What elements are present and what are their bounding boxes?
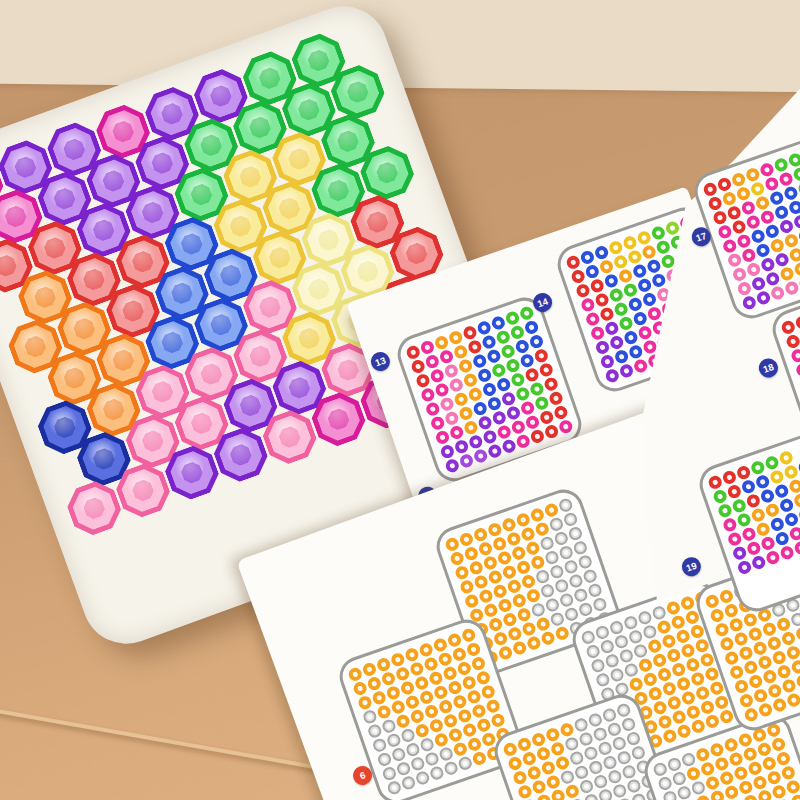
bead-dot: [757, 702, 774, 719]
bead-dot: [755, 242, 772, 259]
bead-dot: [573, 717, 590, 734]
bead-dot: [583, 792, 600, 800]
bead-dot: [704, 775, 721, 792]
bead-dot: [759, 209, 776, 226]
bead-dot: [775, 750, 792, 767]
bead-dot: [733, 765, 750, 782]
bead-dot: [637, 610, 654, 627]
bead-dot: [762, 668, 779, 685]
bead-dot: [594, 624, 611, 641]
bead-dot: [443, 760, 460, 777]
bead-dot: [554, 625, 571, 642]
bead-dot: [578, 778, 595, 795]
bead-dot: [620, 716, 637, 733]
bead-dot: [761, 755, 778, 772]
bead-dot: [745, 214, 762, 231]
bead-dot: [765, 549, 782, 566]
bead-dot: [641, 291, 658, 308]
bead-dot: [750, 459, 767, 476]
bead-dot: [707, 474, 724, 491]
bead-dot: [573, 764, 590, 781]
bead-dot: [778, 171, 795, 188]
bead-dot: [381, 765, 398, 782]
bead-dot: [769, 237, 786, 254]
bead-dot: [794, 625, 800, 642]
bead-dot: [404, 647, 421, 664]
bead-dot: [409, 708, 426, 725]
bead-dot: [723, 602, 740, 619]
bead-dot: [722, 238, 739, 255]
bead-dot: [788, 478, 800, 495]
bead-dot: [714, 621, 731, 638]
bead-dot: [759, 488, 776, 505]
bead-dot: [531, 779, 548, 796]
bead-dot: [573, 587, 590, 604]
bead-dot: [767, 683, 784, 700]
bead-dot: [611, 783, 628, 800]
bead-dot: [468, 434, 485, 451]
bead-dot: [501, 517, 518, 534]
bead-dot: [742, 793, 759, 800]
bead-dot: [482, 429, 499, 446]
bead-dot: [747, 760, 764, 777]
bead-dot: [502, 741, 519, 758]
bead-dot: [702, 181, 719, 198]
bead-dot: [505, 405, 522, 422]
bead-dot: [736, 233, 753, 250]
bead-dot: [526, 765, 543, 782]
bead-dot: [774, 530, 791, 547]
bead-dot: [545, 726, 562, 743]
bead-dot: [518, 305, 535, 322]
bead-dot: [509, 324, 526, 341]
bead-dot: [764, 176, 781, 193]
bead-dot: [504, 310, 521, 327]
bead-dot: [699, 761, 716, 778]
bead-dot: [795, 362, 800, 379]
bead-dot: [611, 735, 628, 752]
bead-dot: [434, 429, 451, 446]
bead-dot: [478, 588, 495, 605]
bead-dot: [676, 723, 693, 740]
bead-dot: [429, 765, 446, 782]
bead-dot: [636, 277, 653, 294]
bead-dot: [585, 643, 602, 660]
bead-dot: [525, 540, 542, 557]
bead-dot: [519, 400, 536, 417]
bead-dot: [466, 736, 483, 753]
bead-dot: [409, 661, 426, 678]
bead-dot: [490, 315, 507, 332]
bead-dot: [463, 419, 480, 436]
bead-dot: [517, 784, 534, 800]
bead-dot: [511, 592, 528, 609]
bead-dot: [446, 632, 463, 649]
bead-dot: [500, 343, 517, 360]
bead-dot: [425, 401, 442, 418]
bead-dot: [553, 404, 570, 421]
bead-dot: [609, 667, 626, 684]
bead-dot: [453, 391, 470, 408]
bead-dot: [506, 531, 523, 548]
bead-dot: [769, 516, 786, 533]
bead-dot: [742, 746, 759, 763]
bead-dot: [593, 244, 610, 261]
bead-dot: [587, 582, 604, 599]
bead-dot: [652, 699, 669, 716]
bead-dot: [538, 362, 555, 379]
bead-dot: [690, 780, 707, 797]
bead-dot: [420, 387, 437, 404]
bead-dot: [740, 478, 757, 495]
bead-dot: [544, 597, 561, 614]
bead-dot: [650, 225, 667, 242]
bead-dot: [790, 347, 800, 364]
bead-dot: [347, 666, 364, 683]
bead-dot: [413, 675, 430, 692]
bead-dot: [444, 458, 461, 475]
bead-dot: [783, 464, 800, 481]
bead-dot: [594, 292, 611, 309]
bead-dot: [788, 199, 800, 216]
bead-dot: [502, 611, 519, 628]
bead-dot: [579, 249, 596, 266]
bead-dot: [448, 377, 465, 394]
bead-dot: [371, 690, 388, 707]
bead-dot: [625, 730, 642, 747]
bead-dot: [557, 497, 574, 514]
bead-dot: [736, 559, 753, 576]
bead-dot: [492, 630, 509, 647]
bead-dot: [366, 675, 383, 692]
bead-dot: [433, 684, 450, 701]
bead-dot: [433, 732, 450, 749]
bead-dot: [598, 258, 615, 275]
bead-dot: [367, 723, 384, 740]
bead-dot: [562, 511, 579, 528]
bead-dot: [352, 680, 369, 697]
bead-dot: [442, 713, 459, 730]
bead-dot: [395, 713, 412, 730]
bead-dot: [785, 333, 800, 350]
bead-dot: [452, 344, 469, 361]
bead-dot: [523, 319, 540, 336]
bead-dot: [651, 652, 668, 669]
bead-dot: [472, 400, 489, 417]
bead-dot: [778, 218, 795, 235]
bead-dot: [592, 726, 609, 743]
bead-dot: [563, 559, 580, 576]
bead-dot: [483, 602, 500, 619]
bead-dot: [480, 684, 497, 701]
bead-dot: [510, 371, 527, 388]
bead-dot: [679, 595, 696, 612]
bead-dot: [717, 224, 734, 241]
bead-dot: [709, 789, 726, 800]
bead-dot: [666, 695, 683, 712]
bead-dot: [580, 297, 597, 314]
bead-dot: [428, 670, 445, 687]
bead-dot: [534, 521, 551, 538]
bead-dot: [476, 717, 493, 734]
bead-dot: [721, 469, 738, 486]
bead-dot: [764, 223, 781, 240]
bead-dot: [490, 712, 507, 729]
bead-dot: [575, 282, 592, 299]
bead-dot: [471, 353, 488, 370]
bead-dot: [608, 619, 625, 636]
bead-dot: [773, 483, 790, 500]
bead-dot: [553, 530, 570, 547]
bead-dot: [386, 732, 403, 749]
bead-dot: [516, 736, 533, 753]
bead-dot: [452, 693, 469, 710]
bead-dot: [676, 785, 693, 800]
bead-dot: [755, 521, 772, 538]
bead-dot: [787, 152, 800, 169]
bead-dot: [671, 770, 688, 787]
bead-dot: [769, 285, 786, 302]
bead-dot: [737, 732, 754, 749]
bead-dot: [771, 784, 788, 800]
bead-dot: [465, 641, 482, 658]
bead-dot: [630, 745, 647, 762]
bead-dot: [780, 630, 797, 647]
bead-dot: [675, 628, 692, 645]
bead-dot: [582, 568, 599, 585]
bead-dot: [564, 783, 581, 800]
bead-dot: [785, 779, 800, 796]
bead-dot: [568, 573, 585, 590]
bead-dot: [730, 171, 747, 188]
bead-dot: [726, 483, 743, 500]
bead-dot: [443, 363, 460, 380]
bead-dot: [543, 502, 560, 519]
bead-dot: [752, 774, 769, 791]
bead-dot: [726, 205, 743, 222]
bead-dot: [487, 616, 504, 633]
bead-dot: [533, 348, 550, 365]
bead-dot: [521, 621, 538, 638]
bead-dot: [618, 648, 635, 665]
bead-dot: [496, 424, 513, 441]
bead-dot: [623, 614, 640, 631]
bead-dot: [657, 775, 674, 792]
bead-dot: [752, 687, 769, 704]
bead-dot: [750, 275, 767, 292]
bead-dot: [473, 574, 490, 591]
bead-dot: [603, 273, 620, 290]
bead-dot: [554, 755, 571, 772]
bead-dot: [788, 247, 800, 264]
bead-dot: [578, 731, 595, 748]
bead-dot: [371, 737, 388, 754]
bead-dot: [390, 746, 407, 763]
bead-dot: [538, 409, 555, 426]
bead-dot: [535, 745, 552, 762]
bead-dot: [496, 550, 513, 567]
bead-dot: [742, 612, 759, 629]
bead-dot: [529, 381, 546, 398]
bead-dot: [666, 756, 683, 773]
bead-dot: [472, 526, 489, 543]
bead-dot: [449, 550, 466, 567]
bead-dot: [487, 443, 504, 460]
bead-dot: [773, 204, 790, 221]
bead-dot: [764, 455, 781, 472]
bead-dot: [652, 761, 669, 778]
bead-dot: [626, 778, 643, 795]
bead-dot: [656, 619, 673, 636]
bead-dot: [646, 638, 663, 655]
bead-dot: [418, 642, 435, 659]
gem-pink[interactable]: [62, 476, 126, 540]
bead-dot: [661, 680, 678, 697]
bead-dot: [433, 334, 450, 351]
bead-dot: [516, 606, 533, 623]
bead-dot: [505, 357, 522, 374]
bead-dot: [399, 680, 416, 697]
bead-dot: [432, 637, 449, 654]
bead-dot: [491, 362, 508, 379]
bead-dot: [458, 531, 475, 548]
bead-dot: [481, 381, 498, 398]
bead-dot: [728, 751, 745, 768]
bead-dot: [689, 671, 706, 688]
bead-dot: [712, 209, 729, 226]
bead-dot: [418, 689, 435, 706]
bead-dot: [548, 516, 565, 533]
bead-dot: [617, 268, 634, 285]
bead-dot: [511, 640, 528, 657]
bead-dot: [492, 583, 509, 600]
bead-dot: [414, 770, 431, 787]
bead-dot: [534, 568, 551, 585]
bead-dot: [464, 593, 481, 610]
bead-dot: [793, 540, 800, 557]
bead-dot: [608, 287, 625, 304]
bead-dot: [662, 728, 679, 745]
bead-dot: [738, 779, 755, 796]
bead-dot: [747, 673, 764, 690]
bead-dot: [685, 656, 702, 673]
bead-dot: [594, 339, 611, 356]
bead-dot: [497, 645, 514, 662]
bead-dot: [462, 325, 479, 342]
bead-dot: [486, 395, 503, 412]
bead-dot: [675, 676, 692, 693]
bead-dot: [766, 635, 783, 652]
bead-dot: [506, 578, 523, 595]
bead-dot: [568, 750, 585, 767]
bead-dot: [780, 319, 797, 336]
bead-dot: [613, 633, 630, 650]
bead-dot: [428, 717, 445, 734]
bead-dot: [771, 697, 788, 714]
bead-dot: [754, 474, 771, 491]
bead-dot: [375, 656, 392, 673]
bead-dot: [544, 549, 561, 566]
bead-dot: [608, 334, 625, 351]
bead-dot: [771, 649, 788, 666]
bead-dot: [530, 554, 547, 571]
bead-dot: [462, 372, 479, 389]
bead-dot: [501, 564, 518, 581]
bead-dot: [395, 760, 412, 777]
bead-dot: [510, 545, 527, 562]
bead-dot: [457, 755, 474, 772]
bead-dot: [459, 579, 476, 596]
bead-dot: [458, 453, 475, 470]
bead-dot: [553, 578, 570, 595]
bead-dot: [599, 353, 616, 370]
bead-dot: [447, 727, 464, 744]
bead-dot: [590, 657, 607, 674]
bead-dot: [376, 751, 393, 768]
bead-dot: [530, 602, 547, 619]
bead-dot: [439, 396, 456, 413]
bead-dot: [486, 348, 503, 365]
bead-dot: [514, 386, 531, 403]
bead-dot: [495, 376, 512, 393]
bead-dot: [580, 629, 597, 646]
bead-dot: [731, 545, 748, 562]
bead-dot: [779, 544, 796, 561]
bead-dot: [515, 512, 532, 529]
bead-dot: [749, 181, 766, 198]
bead-dot: [664, 220, 681, 237]
bead-dot: [745, 166, 762, 183]
bead-dot: [550, 788, 567, 800]
bead-dot: [491, 536, 508, 553]
bead-dot: [570, 268, 587, 285]
bead-dot: [458, 405, 475, 422]
bead-dot: [723, 737, 740, 754]
bead-dot: [750, 554, 767, 571]
bead-dot: [451, 646, 468, 663]
bead-dot: [559, 769, 576, 786]
bead-dot: [477, 414, 494, 431]
bead-dot: [539, 583, 556, 600]
bead-dot: [788, 525, 800, 542]
bead-dot: [400, 727, 417, 744]
bead-dot: [500, 391, 517, 408]
bead-dot: [385, 685, 402, 702]
bead-dot: [439, 443, 456, 460]
bead-dot: [477, 540, 494, 557]
bead-dot: [738, 692, 755, 709]
bead-dot: [631, 263, 648, 280]
bead-dot: [526, 635, 543, 652]
bead-dot: [434, 382, 451, 399]
bead-dot: [680, 751, 697, 768]
bead-dot: [773, 157, 790, 174]
bead-dot: [642, 671, 659, 688]
bead-dot: [588, 759, 605, 776]
bead-dot: [466, 689, 483, 706]
bead-dot: [381, 718, 398, 735]
bead-dot: [595, 672, 612, 689]
bead-dot: [606, 721, 623, 738]
bead-dot: [785, 644, 800, 661]
bead-dot: [695, 746, 712, 763]
bead-dot: [524, 414, 541, 431]
bead-dot: [592, 773, 609, 790]
bead-dot: [487, 569, 504, 586]
bead-dot: [666, 647, 683, 664]
bead-dot: [512, 769, 529, 786]
bead-dot: [558, 418, 575, 435]
